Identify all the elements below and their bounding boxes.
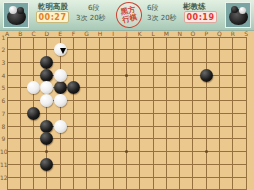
black-stone[interactable] [40,120,53,133]
grid-line [7,189,246,190]
white-stone[interactable] [54,43,67,56]
black-stone[interactable] [40,132,53,145]
star-point [45,150,48,153]
row-label: 4 [0,72,7,79]
black-stone[interactable] [200,69,213,82]
star-point [205,150,208,153]
white-player-clock: 00:27 [36,11,69,23]
white-stone-icon [239,7,246,14]
player-info-bar: 乾明高股 6段 00:27 3次 20秒 黑方 行棋 6段 彬教练 3次 20秒… [0,0,254,31]
grid-line [7,37,246,38]
row-label: 3 [0,59,7,66]
grid-line [7,113,246,114]
black-stone-icon [231,6,238,13]
black-stone[interactable] [40,69,53,82]
row-label: 2 [0,46,7,53]
white-stone-icon [9,6,17,14]
white-stone[interactable] [54,94,67,107]
black-player-rank: 6段 [147,3,158,13]
grid-line [7,177,246,178]
row-label: 12 [0,174,7,181]
black-stone[interactable] [27,107,40,120]
white-stone[interactable] [40,94,53,107]
go-board[interactable]: ABCDEFGHIJKLMNOPQRS123456789101112 [0,31,254,190]
row-label: 1 [0,34,7,41]
grid-line [7,49,246,50]
black-stone[interactable] [67,81,80,94]
row-label: 6 [0,97,7,104]
row-label: 5 [0,84,7,91]
white-player-rank: 6段 [88,3,99,13]
row-label: 10 [0,148,7,155]
white-stone[interactable] [40,81,53,94]
white-stone[interactable] [27,81,40,94]
white-stone[interactable] [54,69,67,82]
black-stone[interactable] [40,56,53,69]
row-label: 7 [0,110,7,117]
last-move-marker [60,48,66,54]
row-label: 9 [0,135,7,142]
turn-seal-line2: 行棋 [122,13,138,24]
row-label: 8 [0,123,7,130]
star-point [125,150,128,153]
white-player-avatar[interactable] [3,2,29,28]
black-stone-icon [17,7,24,14]
turn-seal: 黑方 行棋 [114,0,145,30]
black-player-avatar[interactable] [225,2,251,28]
go-app-screen: 乾明高股 6段 00:27 3次 20秒 黑方 行棋 6段 彬教练 3次 20秒… [0,0,254,190]
black-player-clock: 00:19 [184,11,217,23]
white-stone[interactable] [54,120,67,133]
black-stone[interactable] [54,81,67,94]
black-player-byoyomi: 3次 20秒 [147,13,177,23]
star-point [125,74,128,77]
row-label: 11 [0,161,7,168]
black-stone[interactable] [40,158,53,171]
white-player-byoyomi: 3次 20秒 [76,13,106,23]
